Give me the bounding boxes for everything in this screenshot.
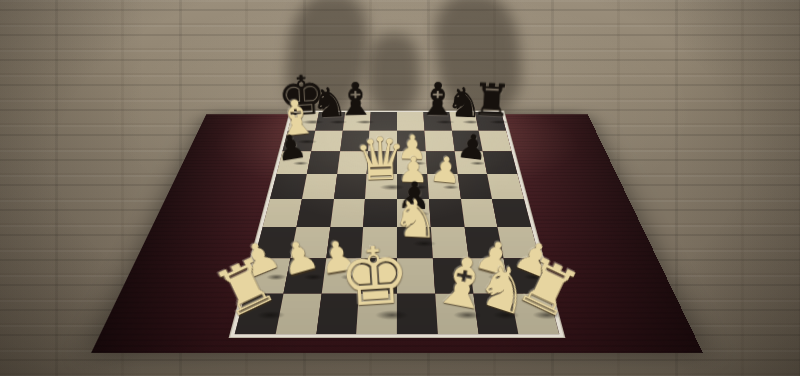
square-a5[interactable] — [270, 174, 307, 199]
square-b5[interactable] — [302, 174, 337, 199]
square-h5[interactable] — [487, 174, 524, 199]
square-b4[interactable] — [296, 199, 333, 227]
square-b6[interactable] — [307, 151, 340, 174]
white-king-icon: ♚ — [337, 235, 413, 319]
black-rook-icon: ♜ — [471, 78, 513, 124]
square-f7[interactable] — [424, 131, 454, 152]
square-g5[interactable] — [457, 174, 492, 199]
square-h6[interactable] — [483, 151, 518, 174]
square-a4[interactable] — [263, 199, 302, 227]
white-pawn-icon: ♟ — [428, 151, 463, 189]
black-bishop-icon: ♝ — [335, 76, 377, 122]
square-c4[interactable] — [330, 199, 365, 227]
black-pawn-icon: ♟ — [274, 128, 309, 166]
